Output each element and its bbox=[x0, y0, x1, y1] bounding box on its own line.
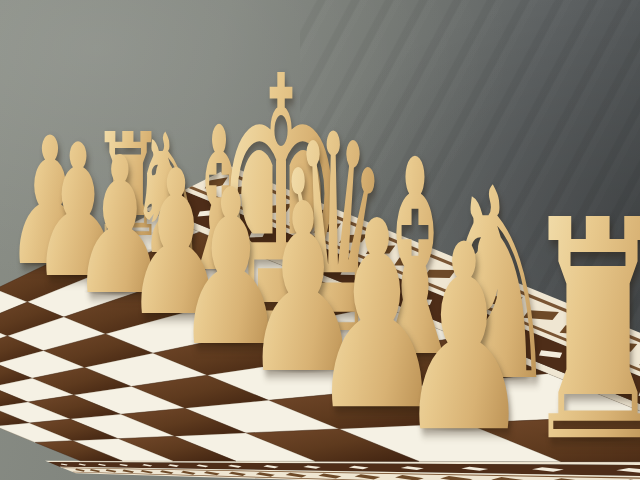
piece-white-rook-a1: ♜ bbox=[519, 181, 640, 480]
chess-set-photo: ♜♞♝♚♛♝♞♜♟♟♟♟♟♟♟♟ bbox=[0, 0, 640, 480]
piece-white-pawn-a2: ♟ bbox=[397, 211, 531, 468]
